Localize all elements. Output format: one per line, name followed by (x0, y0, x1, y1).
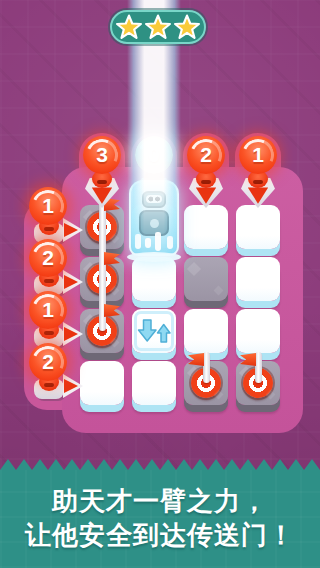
clue-number: 1 (29, 291, 67, 329)
instruction-text: 助天才一臂之力， 让他安全到达传送门！ (0, 484, 320, 552)
row-clue-pin: 2 (26, 343, 84, 401)
game-screen: 3 0 2 1 1 2 1 2 (0, 0, 320, 568)
star-icon (145, 14, 171, 40)
clue-balloon: 1 (29, 291, 67, 329)
star-icon (116, 14, 142, 40)
clue-balloon: 2 (187, 136, 225, 174)
row-clue-pin: 1 (26, 187, 84, 245)
swap-arrows-icon (137, 318, 171, 344)
column-clue-pin: 1 (234, 136, 282, 214)
clue-number: 1 (239, 136, 277, 174)
row-clue-pin: 2 (26, 239, 84, 297)
cell-r3c4[interactable] (236, 309, 280, 353)
clue-number: 2 (187, 136, 225, 174)
zigzag-edge (0, 458, 320, 474)
clue-balloon: 3 (83, 136, 121, 174)
clue-balloon: 1 (239, 136, 277, 174)
column-clue-pin: 2 (182, 136, 230, 214)
clue-number: 2 (29, 343, 67, 381)
star-icon (174, 14, 200, 40)
clue-number: 1 (29, 187, 67, 225)
clue-balloon: 1 (29, 187, 67, 225)
cell-r3c3[interactable] (184, 309, 228, 353)
clue-number: 3 (83, 136, 121, 174)
row-clue-pin: 1 (26, 291, 84, 349)
instruction-line-2: 让他安全到达传送门！ (0, 518, 320, 552)
stars-badge (110, 10, 206, 44)
clue-number: 2 (29, 239, 67, 277)
cell-r4c1[interactable] (80, 361, 124, 405)
cell-r3c2[interactable] (132, 309, 176, 353)
instruction-banner: 助天才一臂之力， 让他安全到达传送门！ (0, 470, 320, 568)
column-clue-pin: 3 (78, 136, 126, 214)
clue-balloon: 2 (29, 343, 67, 381)
cell-r2c4[interactable] (236, 257, 280, 301)
cell-r2c3[interactable] (184, 257, 228, 301)
instruction-line-1: 助天才一臂之力， (0, 484, 320, 518)
cell-r4c2[interactable] (132, 361, 176, 405)
clue-balloon: 2 (29, 239, 67, 277)
